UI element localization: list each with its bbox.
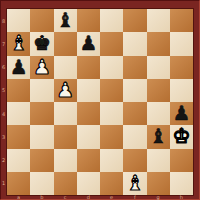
square-c3[interactable]: [54, 125, 77, 148]
rank-label-1: 1: [0, 172, 7, 195]
piece-white-pawn[interactable]: ♟: [56, 78, 74, 101]
file-label-e: e: [100, 194, 123, 200]
square-d7[interactable]: ♟: [77, 32, 100, 55]
chess-board: ♝♝♚♟♟♟♟♟♝♚♝: [7, 9, 193, 195]
square-g8[interactable]: [147, 9, 170, 32]
square-f3[interactable]: [123, 125, 146, 148]
square-e3[interactable]: [100, 125, 123, 148]
file-label-c: c: [54, 194, 77, 200]
rank-label-4: 4: [0, 102, 7, 125]
square-b4[interactable]: [30, 102, 53, 125]
square-d2[interactable]: [77, 149, 100, 172]
square-a1[interactable]: [7, 172, 30, 195]
rank-label-3: 3: [0, 125, 7, 148]
square-g3[interactable]: ♝: [147, 125, 170, 148]
square-f6[interactable]: [123, 56, 146, 79]
square-b3[interactable]: [30, 125, 53, 148]
square-a2[interactable]: [7, 149, 30, 172]
square-b1[interactable]: [30, 172, 53, 195]
rank-label-5: 5: [0, 79, 7, 102]
file-label-a: a: [7, 194, 30, 200]
square-e7[interactable]: [100, 32, 123, 55]
square-g1[interactable]: [147, 172, 170, 195]
square-e2[interactable]: [100, 149, 123, 172]
square-h5[interactable]: [170, 79, 193, 102]
square-f4[interactable]: [123, 102, 146, 125]
file-label-f: f: [123, 194, 146, 200]
square-g6[interactable]: [147, 56, 170, 79]
square-h4[interactable]: ♟: [170, 102, 193, 125]
square-a6[interactable]: ♟: [7, 56, 30, 79]
piece-black-pawn[interactable]: ♟: [10, 55, 28, 78]
square-b7[interactable]: ♚: [30, 32, 53, 55]
square-f7[interactable]: [123, 32, 146, 55]
square-d4[interactable]: [77, 102, 100, 125]
rank-label-7: 7: [0, 32, 7, 55]
square-f1[interactable]: ♝: [123, 172, 146, 195]
square-a3[interactable]: [7, 125, 30, 148]
square-g7[interactable]: [147, 32, 170, 55]
file-label-d: d: [77, 194, 100, 200]
square-g2[interactable]: [147, 149, 170, 172]
square-c2[interactable]: [54, 149, 77, 172]
piece-black-king[interactable]: ♚: [33, 32, 51, 55]
square-g5[interactable]: [147, 79, 170, 102]
square-e4[interactable]: [100, 102, 123, 125]
square-c5[interactable]: ♟: [54, 79, 77, 102]
square-f5[interactable]: [123, 79, 146, 102]
square-h3[interactable]: ♚: [170, 125, 193, 148]
square-b6[interactable]: ♟: [30, 56, 53, 79]
square-d3[interactable]: [77, 125, 100, 148]
square-h2[interactable]: [170, 149, 193, 172]
square-h8[interactable]: [170, 9, 193, 32]
square-a5[interactable]: [7, 79, 30, 102]
square-e8[interactable]: [100, 9, 123, 32]
rank-label-6: 6: [0, 56, 7, 79]
file-label-h: h: [170, 194, 193, 200]
square-c8[interactable]: ♝: [54, 9, 77, 32]
file-label-b: b: [30, 194, 53, 200]
piece-black-pawn[interactable]: ♟: [172, 102, 190, 125]
square-e1[interactable]: [100, 172, 123, 195]
square-f2[interactable]: [123, 149, 146, 172]
square-b8[interactable]: [30, 9, 53, 32]
piece-white-pawn[interactable]: ♟: [33, 55, 51, 78]
chess-board-app: ♝♝♚♟♟♟♟♟♝♚♝ 87654321 abcdefgh: [0, 0, 200, 200]
piece-black-bishop[interactable]: ♝: [56, 9, 74, 32]
rank-label-8: 8: [0, 9, 7, 32]
square-b2[interactable]: [30, 149, 53, 172]
square-d1[interactable]: [77, 172, 100, 195]
rank-label-2: 2: [0, 149, 7, 172]
square-h6[interactable]: [170, 56, 193, 79]
square-d5[interactable]: [77, 79, 100, 102]
square-c6[interactable]: [54, 56, 77, 79]
piece-black-bishop[interactable]: ♝: [149, 125, 167, 148]
square-a7[interactable]: ♝: [7, 32, 30, 55]
square-h1[interactable]: [170, 172, 193, 195]
square-b5[interactable]: [30, 79, 53, 102]
piece-white-king[interactable]: ♚: [172, 125, 190, 148]
square-g4[interactable]: [147, 102, 170, 125]
piece-white-bishop[interactable]: ♝: [10, 32, 28, 55]
square-a4[interactable]: [7, 102, 30, 125]
square-d8[interactable]: [77, 9, 100, 32]
square-a8[interactable]: [7, 9, 30, 32]
piece-white-bishop[interactable]: ♝: [126, 171, 144, 194]
square-e5[interactable]: [100, 79, 123, 102]
square-f8[interactable]: [123, 9, 146, 32]
piece-black-pawn[interactable]: ♟: [79, 32, 97, 55]
square-e6[interactable]: [100, 56, 123, 79]
square-c4[interactable]: [54, 102, 77, 125]
square-d6[interactable]: [77, 56, 100, 79]
square-h7[interactable]: [170, 32, 193, 55]
file-label-g: g: [147, 194, 170, 200]
square-c1[interactable]: [54, 172, 77, 195]
square-c7[interactable]: [54, 32, 77, 55]
